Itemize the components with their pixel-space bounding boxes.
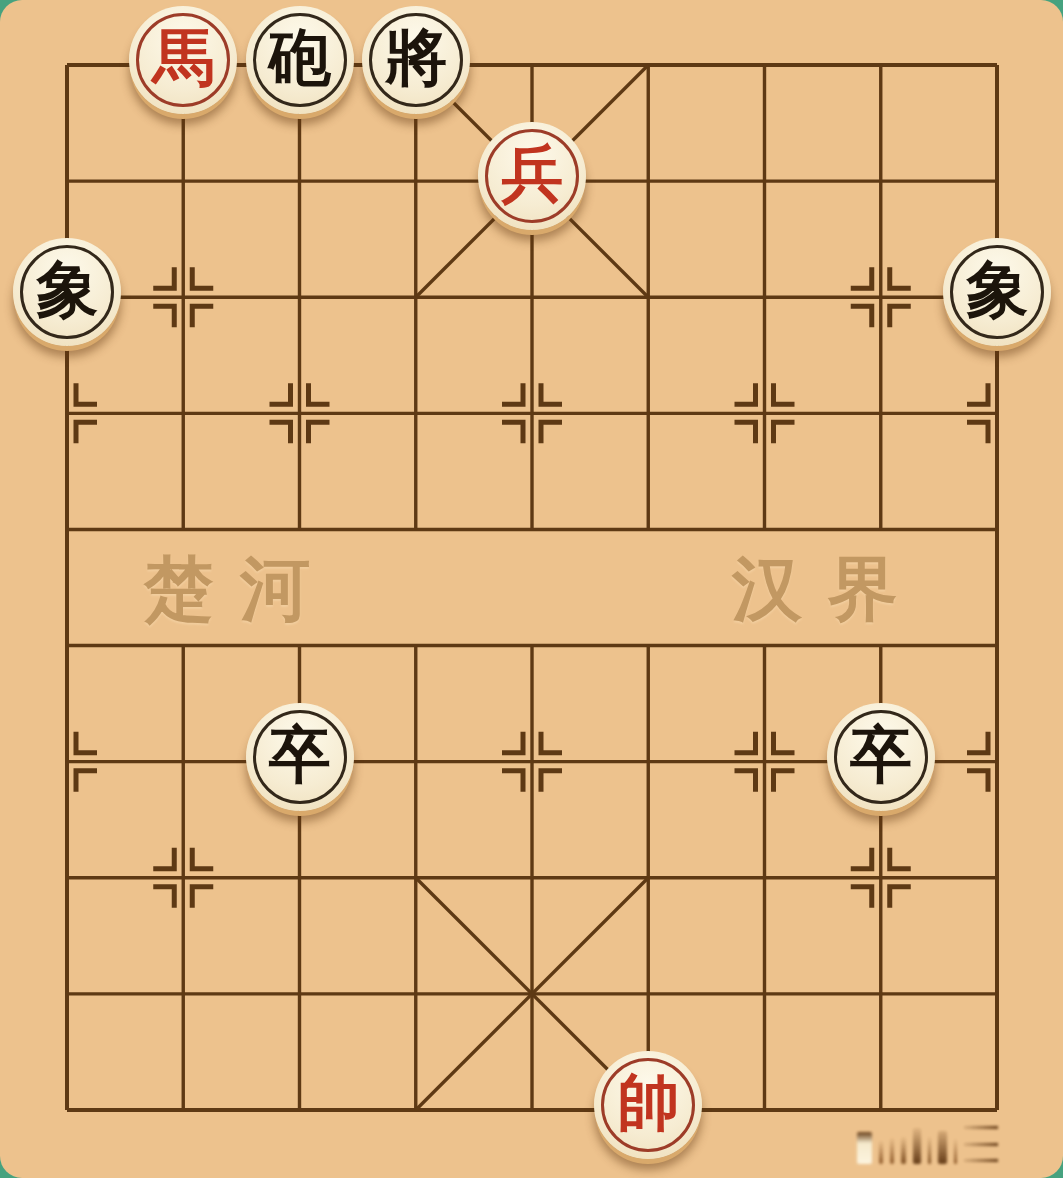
xiangqi-board: 楚河 汉界 馬砲將兵象象卒卒帥 [0, 0, 1063, 1178]
black-soldier[interactable]: 卒 [246, 703, 354, 811]
piece-glyph: 象 [966, 259, 1028, 321]
black-elephant[interactable]: 象 [943, 238, 1051, 346]
piece-glyph: 卒 [269, 724, 331, 786]
black-soldier[interactable]: 卒 [827, 703, 935, 811]
piece-layer: 馬砲將兵象象卒卒帥 [9, 7, 1055, 1168]
piece-glyph: 卒 [850, 724, 912, 786]
piece-glyph: 將 [385, 27, 447, 89]
piece-glyph: 象 [36, 259, 98, 321]
black-general[interactable]: 將 [362, 6, 470, 114]
red-soldier[interactable]: 兵 [478, 122, 586, 230]
black-elephant[interactable]: 象 [13, 238, 121, 346]
piece-glyph: 帥 [617, 1072, 679, 1134]
piece-glyph: 兵 [501, 143, 563, 205]
piece-glyph: 馬 [152, 27, 214, 89]
piece-glyph: 砲 [269, 27, 331, 89]
black-cannon[interactable]: 砲 [246, 6, 354, 114]
red-general[interactable]: 帥 [594, 1051, 702, 1159]
red-horse[interactable]: 馬 [129, 6, 237, 114]
